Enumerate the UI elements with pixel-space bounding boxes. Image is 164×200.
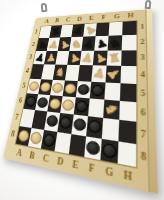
square-h5	[120, 83, 136, 102]
square-f2: ♟	[94, 36, 108, 50]
square-f8	[84, 136, 102, 160]
black-disc-piece	[77, 84, 90, 95]
black-piece-g2: ♞	[109, 37, 122, 49]
square-f3: ♟	[93, 50, 108, 65]
square-g5	[104, 82, 120, 101]
square-h2	[122, 35, 137, 50]
coordinate-label: 1	[138, 24, 147, 31]
coordinate-label: D	[73, 16, 85, 22]
square-g6: ♞	[103, 99, 120, 120]
square-h1	[122, 21, 136, 36]
coordinate-label: E	[67, 159, 84, 172]
square-f1	[96, 23, 110, 37]
square-h3	[121, 50, 136, 66]
coordinate-label: C	[38, 153, 53, 165]
coordinate-label: 5	[138, 89, 149, 98]
black-disc-piece	[73, 118, 87, 132]
square-g4: ♟	[106, 66, 122, 83]
wooden-disc-piece	[64, 83, 76, 94]
coordinate-label: D	[52, 156, 68, 168]
square-h4	[121, 66, 137, 84]
black-disc-piece	[43, 133, 56, 147]
coordinate-label: G	[110, 13, 124, 19]
black-disc-piece	[46, 115, 59, 128]
square-h6	[119, 101, 136, 122]
square-f7	[86, 116, 103, 138]
wooden-disc-piece	[52, 82, 64, 93]
wooden-disc-piece	[49, 98, 61, 110]
black-disc-piece	[75, 100, 88, 113]
square-g8	[100, 138, 118, 163]
wooden-disc-piece	[40, 82, 52, 92]
coordinate-label: H	[118, 169, 137, 184]
wooden-disc-piece	[30, 131, 43, 145]
wooden-piece-g3: ♜	[107, 51, 122, 64]
coordinate-label: G	[100, 166, 118, 180]
wooden-piece-b3: ♟	[45, 52, 56, 63]
coordinate-label: 7	[138, 129, 149, 140]
coordinate-label: F	[83, 162, 101, 176]
black-disc-piece	[88, 120, 102, 134]
hanger-hook-right-icon	[145, 0, 152, 9]
wooden-piece-g6: ♞	[103, 102, 121, 117]
coordinate-label: 6	[138, 108, 149, 118]
hanger-hook-left-icon	[41, 3, 48, 13]
coordinate-label: 8	[138, 152, 150, 164]
coordinate-label: H	[124, 12, 138, 19]
black-disc-piece	[37, 97, 49, 108]
square-h8	[118, 141, 136, 167]
square-h7	[118, 120, 136, 144]
wooden-disc-piece	[62, 99, 75, 111]
coordinate-label: 2	[138, 38, 147, 45]
square-g1	[109, 22, 123, 36]
black-disc-piece	[86, 140, 101, 156]
square-f5	[90, 81, 106, 99]
wooden-piece-d2: ♞	[71, 38, 82, 49]
coordinate-label: 3	[138, 54, 148, 61]
square-g3: ♜	[107, 50, 122, 66]
photo-backdrop: ABCDEFGH ABCDEFGH 12345678 12345678 ♜♟♟♞…	[0, 0, 164, 200]
coordinate-label: F	[97, 14, 110, 20]
square-g7	[102, 118, 119, 141]
coordinate-label: E	[85, 15, 98, 21]
black-disc-piece	[91, 84, 104, 96]
black-disc-piece	[59, 117, 72, 130]
square-g2: ♞	[108, 36, 123, 51]
coordinate-label: 4	[138, 71, 148, 79]
demonstration-chessboard: ABCDEFGH ABCDEFGH 12345678 12345678 ♜♟♟♞…	[3, 9, 158, 194]
black-disc-piece	[102, 142, 117, 159]
